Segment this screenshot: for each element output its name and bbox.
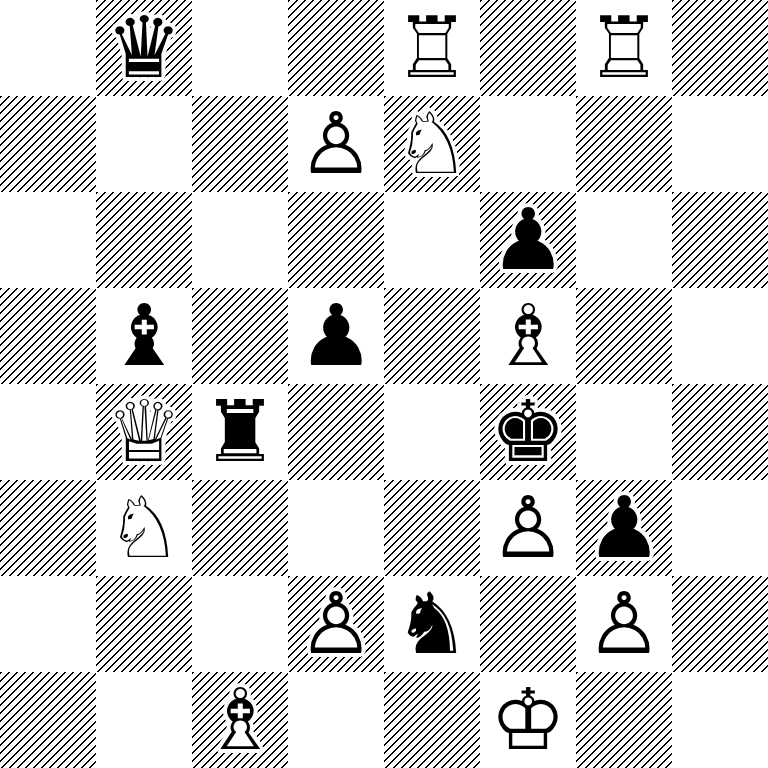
square-a1[interactable] xyxy=(0,672,96,768)
square-h8[interactable] xyxy=(672,0,768,96)
black-pawn: ♟♟ xyxy=(576,480,672,576)
black-pawn-icon: ♟ xyxy=(576,480,672,576)
square-g4[interactable] xyxy=(576,384,672,480)
square-a7[interactable] xyxy=(0,96,96,192)
black-rook: ♜♜ xyxy=(192,384,288,480)
black-queen-icon: ♛ xyxy=(96,0,192,96)
square-e8[interactable]: ♜♖ xyxy=(384,0,480,96)
square-e4[interactable] xyxy=(384,384,480,480)
white-pawn: ♟♙ xyxy=(288,96,384,192)
square-g5[interactable] xyxy=(576,288,672,384)
black-knight-icon: ♞ xyxy=(384,576,480,672)
black-king: ♚♚ xyxy=(480,384,576,480)
square-e1[interactable] xyxy=(384,672,480,768)
white-king-icon: ♔ xyxy=(480,672,576,768)
black-knight: ♞♞ xyxy=(384,576,480,672)
black-pawn: ♟♟ xyxy=(288,288,384,384)
square-g2[interactable]: ♟♙ xyxy=(576,576,672,672)
square-h1[interactable] xyxy=(672,672,768,768)
square-h3[interactable] xyxy=(672,480,768,576)
white-pawn-icon: ♙ xyxy=(288,576,384,672)
square-f3[interactable]: ♟♙ xyxy=(480,480,576,576)
black-king-icon: ♚ xyxy=(480,384,576,480)
white-rook: ♜♖ xyxy=(576,0,672,96)
square-f1[interactable]: ♚♔ xyxy=(480,672,576,768)
white-bishop-icon: ♗ xyxy=(480,288,576,384)
white-knight-icon: ♘ xyxy=(384,96,480,192)
square-f4[interactable]: ♚♚ xyxy=(480,384,576,480)
white-knight-icon: ♘ xyxy=(96,480,192,576)
square-c6[interactable] xyxy=(192,192,288,288)
black-rook-icon: ♜ xyxy=(192,384,288,480)
square-a4[interactable] xyxy=(0,384,96,480)
square-c7[interactable] xyxy=(192,96,288,192)
square-b7[interactable] xyxy=(96,96,192,192)
square-f6[interactable]: ♟♟ xyxy=(480,192,576,288)
square-a2[interactable] xyxy=(0,576,96,672)
square-h5[interactable] xyxy=(672,288,768,384)
square-f5[interactable]: ♝♗ xyxy=(480,288,576,384)
white-pawn-icon: ♙ xyxy=(576,576,672,672)
square-c4[interactable]: ♜♜ xyxy=(192,384,288,480)
square-h6[interactable] xyxy=(672,192,768,288)
square-a3[interactable] xyxy=(0,480,96,576)
square-b1[interactable] xyxy=(96,672,192,768)
white-pawn-icon: ♙ xyxy=(480,480,576,576)
square-a8[interactable] xyxy=(0,0,96,96)
square-a6[interactable] xyxy=(0,192,96,288)
square-c5[interactable] xyxy=(192,288,288,384)
square-e7[interactable]: ♞♘ xyxy=(384,96,480,192)
square-b8[interactable]: ♛♛ xyxy=(96,0,192,96)
black-bishop-icon: ♝ xyxy=(96,288,192,384)
square-d8[interactable] xyxy=(288,0,384,96)
white-knight: ♞♘ xyxy=(96,480,192,576)
square-e2[interactable]: ♞♞ xyxy=(384,576,480,672)
square-h7[interactable] xyxy=(672,96,768,192)
white-bishop: ♝♗ xyxy=(480,288,576,384)
square-b5[interactable]: ♝♝ xyxy=(96,288,192,384)
square-e6[interactable] xyxy=(384,192,480,288)
square-g6[interactable] xyxy=(576,192,672,288)
square-b6[interactable] xyxy=(96,192,192,288)
white-bishop-icon: ♗ xyxy=(192,672,288,768)
square-c1[interactable]: ♝♗ xyxy=(192,672,288,768)
white-pawn: ♟♙ xyxy=(576,576,672,672)
square-h4[interactable] xyxy=(672,384,768,480)
square-a5[interactable] xyxy=(0,288,96,384)
black-pawn: ♟♟ xyxy=(480,192,576,288)
square-f2[interactable] xyxy=(480,576,576,672)
white-pawn: ♟♙ xyxy=(480,480,576,576)
square-h2[interactable] xyxy=(672,576,768,672)
square-f7[interactable] xyxy=(480,96,576,192)
black-bishop: ♝♝ xyxy=(96,288,192,384)
white-king: ♚♔ xyxy=(480,672,576,768)
square-c3[interactable] xyxy=(192,480,288,576)
white-bishop: ♝♗ xyxy=(192,672,288,768)
white-knight: ♞♘ xyxy=(384,96,480,192)
square-b4[interactable]: ♛♕ xyxy=(96,384,192,480)
square-d6[interactable] xyxy=(288,192,384,288)
square-d4[interactable] xyxy=(288,384,384,480)
white-pawn-icon: ♙ xyxy=(288,96,384,192)
square-g7[interactable] xyxy=(576,96,672,192)
square-d1[interactable] xyxy=(288,672,384,768)
square-g1[interactable] xyxy=(576,672,672,768)
square-d3[interactable] xyxy=(288,480,384,576)
white-rook-icon: ♖ xyxy=(576,0,672,96)
square-e5[interactable] xyxy=(384,288,480,384)
square-d7[interactable]: ♟♙ xyxy=(288,96,384,192)
square-b2[interactable] xyxy=(96,576,192,672)
square-f8[interactable] xyxy=(480,0,576,96)
white-rook-icon: ♖ xyxy=(384,0,480,96)
square-d5[interactable]: ♟♟ xyxy=(288,288,384,384)
black-pawn-icon: ♟ xyxy=(480,192,576,288)
square-c2[interactable] xyxy=(192,576,288,672)
white-pawn: ♟♙ xyxy=(288,576,384,672)
chess-board: ♛♛♜♖♜♖♟♙♞♘♟♟♝♝♟♟♝♗♛♕♜♜♚♚♞♘♟♙♟♟♟♙♞♞♟♙♝♗♚♔ xyxy=(0,0,768,768)
black-queen: ♛♛ xyxy=(96,0,192,96)
square-g3[interactable]: ♟♟ xyxy=(576,480,672,576)
square-c8[interactable] xyxy=(192,0,288,96)
square-d2[interactable]: ♟♙ xyxy=(288,576,384,672)
square-g8[interactable]: ♜♖ xyxy=(576,0,672,96)
white-queen: ♛♕ xyxy=(96,384,192,480)
white-queen-icon: ♕ xyxy=(96,384,192,480)
black-pawn-icon: ♟ xyxy=(288,288,384,384)
square-e3[interactable] xyxy=(384,480,480,576)
white-rook: ♜♖ xyxy=(384,0,480,96)
square-b3[interactable]: ♞♘ xyxy=(96,480,192,576)
